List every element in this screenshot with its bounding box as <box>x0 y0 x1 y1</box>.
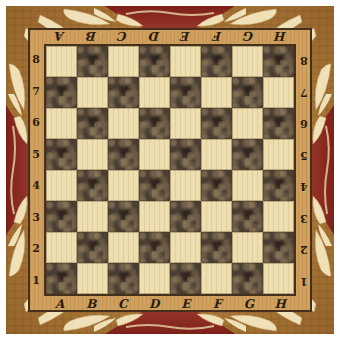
chess-board-photo: ABCDEFGH ABCDEFGH 87654321 87654321 <box>6 6 334 334</box>
square-b4[interactable] <box>77 170 108 201</box>
square-h7[interactable] <box>263 77 294 108</box>
square-a1[interactable] <box>46 263 77 294</box>
square-g7[interactable] <box>232 77 263 108</box>
square-c1[interactable] <box>108 263 139 294</box>
square-d6[interactable] <box>139 108 170 139</box>
file-label-top-g: G <box>233 28 265 44</box>
file-label-bottom-b: B <box>76 296 108 312</box>
rank-label-right-8: 8 <box>296 44 312 76</box>
square-h5[interactable] <box>263 139 294 170</box>
square-h1[interactable] <box>263 263 294 294</box>
file-label-top-e: E <box>170 28 202 44</box>
rank-labels-left: 87654321 <box>28 44 44 296</box>
square-h3[interactable] <box>263 201 294 232</box>
square-c8[interactable] <box>108 46 139 77</box>
square-c3[interactable] <box>108 201 139 232</box>
square-h6[interactable] <box>263 108 294 139</box>
rank-label-right-3: 3 <box>296 202 312 234</box>
square-e3[interactable] <box>170 201 201 232</box>
rank-label-left-2: 2 <box>28 233 44 265</box>
square-f5[interactable] <box>201 139 232 170</box>
square-c5[interactable] <box>108 139 139 170</box>
square-e5[interactable] <box>170 139 201 170</box>
square-a2[interactable] <box>46 232 77 263</box>
square-e4[interactable] <box>170 170 201 201</box>
square-c7[interactable] <box>108 77 139 108</box>
square-g8[interactable] <box>232 46 263 77</box>
file-labels-bottom: ABCDEFGH <box>44 296 296 312</box>
square-b1[interactable] <box>77 263 108 294</box>
square-a4[interactable] <box>46 170 77 201</box>
square-d4[interactable] <box>139 170 170 201</box>
square-g5[interactable] <box>232 139 263 170</box>
rank-label-left-1: 1 <box>28 265 44 297</box>
square-e2[interactable] <box>170 232 201 263</box>
square-e6[interactable] <box>170 108 201 139</box>
square-b7[interactable] <box>77 77 108 108</box>
square-h2[interactable] <box>263 232 294 263</box>
file-labels-top: ABCDEFGH <box>44 28 296 44</box>
file-label-bottom-a: A <box>44 296 76 312</box>
square-f7[interactable] <box>201 77 232 108</box>
square-f4[interactable] <box>201 170 232 201</box>
rank-label-right-5: 5 <box>296 139 312 171</box>
square-e1[interactable] <box>170 263 201 294</box>
square-a6[interactable] <box>46 108 77 139</box>
rank-label-left-8: 8 <box>28 44 44 76</box>
rank-label-left-7: 7 <box>28 76 44 108</box>
square-a7[interactable] <box>46 77 77 108</box>
file-label-top-b: B <box>76 28 108 44</box>
square-f8[interactable] <box>201 46 232 77</box>
square-f3[interactable] <box>201 201 232 232</box>
file-label-bottom-c: C <box>107 296 139 312</box>
file-label-top-a: A <box>44 28 76 44</box>
square-f1[interactable] <box>201 263 232 294</box>
rank-labels-right: 87654321 <box>296 44 312 296</box>
square-c6[interactable] <box>108 108 139 139</box>
square-b3[interactable] <box>77 201 108 232</box>
rank-label-left-6: 6 <box>28 107 44 139</box>
square-d8[interactable] <box>139 46 170 77</box>
square-g1[interactable] <box>232 263 263 294</box>
rank-label-left-3: 3 <box>28 202 44 234</box>
square-g2[interactable] <box>232 232 263 263</box>
file-label-bottom-f: F <box>202 296 234 312</box>
square-g4[interactable] <box>232 170 263 201</box>
file-label-top-c: C <box>107 28 139 44</box>
square-c2[interactable] <box>108 232 139 263</box>
file-label-bottom-e: E <box>170 296 202 312</box>
rank-label-right-4: 4 <box>296 170 312 202</box>
square-a8[interactable] <box>46 46 77 77</box>
file-label-bottom-d: D <box>139 296 171 312</box>
rank-label-right-2: 2 <box>296 233 312 265</box>
rank-label-right-7: 7 <box>296 76 312 108</box>
square-b5[interactable] <box>77 139 108 170</box>
square-h4[interactable] <box>263 170 294 201</box>
chess-board <box>44 44 296 296</box>
square-b8[interactable] <box>77 46 108 77</box>
square-d2[interactable] <box>139 232 170 263</box>
square-h8[interactable] <box>263 46 294 77</box>
square-d1[interactable] <box>139 263 170 294</box>
square-d7[interactable] <box>139 77 170 108</box>
square-c4[interactable] <box>108 170 139 201</box>
rank-label-right-1: 1 <box>296 265 312 297</box>
square-f2[interactable] <box>201 232 232 263</box>
file-label-bottom-g: G <box>233 296 265 312</box>
square-b6[interactable] <box>77 108 108 139</box>
file-label-bottom-h: H <box>265 296 297 312</box>
square-e8[interactable] <box>170 46 201 77</box>
square-a5[interactable] <box>46 139 77 170</box>
rank-label-left-5: 5 <box>28 139 44 171</box>
square-b2[interactable] <box>77 232 108 263</box>
square-f6[interactable] <box>201 108 232 139</box>
square-g6[interactable] <box>232 108 263 139</box>
square-g3[interactable] <box>232 201 263 232</box>
square-a3[interactable] <box>46 201 77 232</box>
square-e7[interactable] <box>170 77 201 108</box>
rank-label-left-4: 4 <box>28 170 44 202</box>
square-d3[interactable] <box>139 201 170 232</box>
file-label-top-f: F <box>202 28 234 44</box>
file-label-top-h: H <box>265 28 297 44</box>
rank-label-right-6: 6 <box>296 107 312 139</box>
square-d5[interactable] <box>139 139 170 170</box>
file-label-top-d: D <box>139 28 171 44</box>
